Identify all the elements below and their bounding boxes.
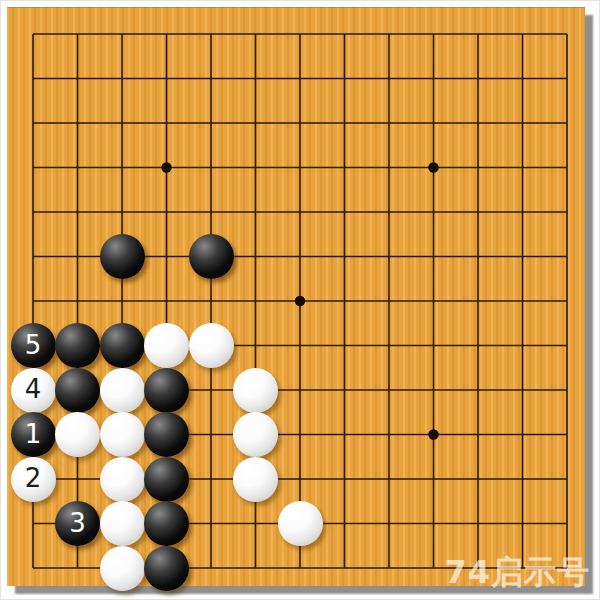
white-stone <box>100 501 145 546</box>
page-background: 54123 74启示号 <box>0 0 600 600</box>
watermark-text: 74启示号 <box>444 551 590 595</box>
white-stone <box>144 323 189 368</box>
white-stone <box>233 412 278 457</box>
move-number-label: 1 <box>25 421 42 447</box>
black-stone: 1 <box>11 412 56 457</box>
black-stone <box>55 323 100 368</box>
black-stone <box>144 457 189 502</box>
move-number-label: 5 <box>25 332 42 358</box>
black-stone <box>100 234 145 279</box>
black-stone <box>144 412 189 457</box>
move-number-label: 2 <box>25 465 42 491</box>
star-point <box>161 162 171 172</box>
go-board: 54123 74启示号 <box>7 7 585 586</box>
board-grid <box>7 8 585 586</box>
star-point <box>295 296 305 306</box>
white-stone: 4 <box>11 368 56 413</box>
black-stone: 5 <box>11 323 56 368</box>
white-stone <box>189 323 234 368</box>
white-stone <box>278 501 323 546</box>
white-stone <box>55 412 100 457</box>
white-stone <box>100 412 145 457</box>
white-stone <box>100 368 145 413</box>
black-stone <box>144 501 189 546</box>
black-stone <box>55 368 100 413</box>
star-point <box>428 429 438 439</box>
white-stone <box>233 457 278 502</box>
white-stone <box>100 457 145 502</box>
white-stone <box>100 546 145 591</box>
black-stone <box>144 546 189 591</box>
black-stone <box>100 323 145 368</box>
black-stone: 3 <box>55 501 100 546</box>
white-stone <box>233 368 278 413</box>
move-number-label: 4 <box>25 376 42 402</box>
white-stone: 2 <box>11 457 56 502</box>
black-stone <box>189 234 234 279</box>
black-stone <box>144 368 189 413</box>
star-point <box>428 162 438 172</box>
move-number-label: 3 <box>69 510 86 536</box>
